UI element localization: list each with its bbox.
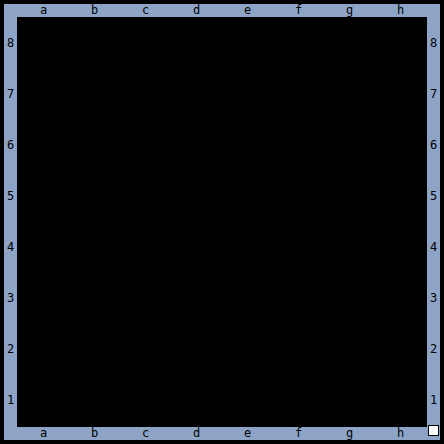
file-label-top-g: g [325, 4, 374, 17]
rank-label-right-1: 1 [427, 376, 440, 425]
chess-diagram: abcdefgh abcdefgh 87654321 87654321 [0, 0, 444, 444]
rank-label-left-3: 3 [4, 274, 17, 323]
file-label-top-b: b [70, 4, 119, 17]
file-label-top-f: f [274, 4, 323, 17]
rank-label-right-5: 5 [427, 172, 440, 221]
file-label-bottom-g: g [325, 427, 374, 440]
file-label-bottom-h: h [376, 427, 425, 440]
file-label-bottom-b: b [70, 427, 119, 440]
file-label-bottom-d: d [172, 427, 221, 440]
file-label-bottom-c: c [121, 427, 170, 440]
rank-label-left-2: 2 [4, 325, 17, 374]
white-to-move-indicator [428, 425, 439, 436]
file-label-top-h: h [376, 4, 425, 17]
rank-labels-left: 87654321 [4, 17, 17, 431]
file-label-top-d: d [172, 4, 221, 17]
file-label-bottom-e: e [223, 427, 272, 440]
rank-label-left-6: 6 [4, 121, 17, 170]
chess-board [17, 17, 427, 427]
board-margin: abcdefgh abcdefgh 87654321 87654321 [4, 4, 440, 440]
file-label-bottom-f: f [274, 427, 323, 440]
file-labels-bottom: abcdefgh [17, 427, 431, 440]
file-label-bottom-a: a [19, 427, 68, 440]
rank-label-right-3: 3 [427, 274, 440, 323]
rank-label-left-7: 7 [4, 70, 17, 119]
rank-labels-right: 87654321 [427, 17, 440, 431]
rank-label-right-7: 7 [427, 70, 440, 119]
rank-label-right-2: 2 [427, 325, 440, 374]
file-labels-top: abcdefgh [17, 4, 431, 17]
file-label-top-a: a [19, 4, 68, 17]
rank-label-right-8: 8 [427, 19, 440, 68]
file-label-top-c: c [121, 4, 170, 17]
rank-label-left-8: 8 [4, 19, 17, 68]
rank-label-right-6: 6 [427, 121, 440, 170]
rank-label-left-1: 1 [4, 376, 17, 425]
file-label-top-e: e [223, 4, 272, 17]
rank-label-left-5: 5 [4, 172, 17, 221]
rank-label-right-4: 4 [427, 223, 440, 272]
rank-label-left-4: 4 [4, 223, 17, 272]
